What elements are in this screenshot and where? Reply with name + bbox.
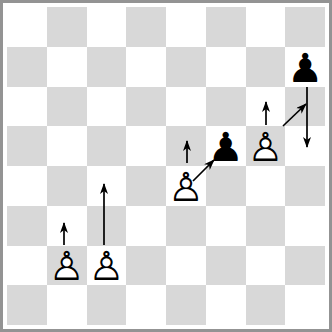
square-b3 [47,206,87,246]
square-d2 [126,246,166,286]
square-b4 [47,166,87,206]
square-e8 [166,7,206,47]
square-c5 [87,126,127,166]
square-f3 [206,206,246,246]
white-pawn-b2: ♙ [47,247,87,287]
square-d4 [126,166,166,206]
square-b2: ♟♙ [47,246,87,286]
square-g3 [246,206,286,246]
white-pawn-e4: ♙ [166,167,206,207]
square-e2 [166,246,206,286]
square-e5 [166,126,206,166]
square-e6 [166,87,206,127]
square-c4 [87,166,127,206]
square-a8 [7,7,47,47]
square-g2 [246,246,286,286]
square-h3 [285,206,325,246]
square-g4 [246,166,286,206]
square-h2 [285,246,325,286]
square-f6 [206,87,246,127]
square-d7 [126,47,166,87]
square-d5 [126,126,166,166]
square-f7 [206,47,246,87]
square-h7: ♟ [285,47,325,87]
square-f4 [206,166,246,206]
white-pawn-g5: ♙ [246,127,286,167]
square-h1 [285,285,325,325]
square-e1 [166,285,206,325]
square-b6 [47,87,87,127]
square-f2 [206,246,246,286]
square-c3 [87,206,127,246]
square-e3 [166,206,206,246]
square-c8 [87,7,127,47]
square-d3 [126,206,166,246]
square-g8 [246,7,286,47]
square-e7 [166,47,206,87]
square-a1 [7,285,47,325]
square-d8 [126,7,166,47]
square-e4: ♟♙ [166,166,206,206]
square-a5 [7,126,47,166]
square-f8 [206,7,246,47]
square-f5: ♟ [206,126,246,166]
square-h5 [285,126,325,166]
square-b5 [47,126,87,166]
square-b8 [47,7,87,47]
square-g1 [246,285,286,325]
square-g6 [246,87,286,127]
square-g5: ♟♙ [246,126,286,166]
white-pawn-c2: ♙ [87,247,127,287]
square-h8 [285,7,325,47]
square-d1 [126,285,166,325]
square-a3 [7,206,47,246]
chess-diagram-frame: ♟♟♟♙♟♙♟♙♟♙ [0,0,332,332]
square-c7 [87,47,127,87]
square-b1 [47,285,87,325]
square-c2: ♟♙ [87,246,127,286]
square-d6 [126,87,166,127]
black-pawn-f5: ♟ [206,127,246,167]
square-c1 [87,285,127,325]
square-f1 [206,285,246,325]
square-a2 [7,246,47,286]
chess-board: ♟♟♟♙♟♙♟♙♟♙ [7,7,325,325]
square-h6 [285,87,325,127]
square-c6 [87,87,127,127]
black-pawn-h7: ♟ [285,48,325,88]
square-h4 [285,166,325,206]
square-a7 [7,47,47,87]
square-a4 [7,166,47,206]
square-b7 [47,47,87,87]
square-g7 [246,47,286,87]
square-a6 [7,87,47,127]
